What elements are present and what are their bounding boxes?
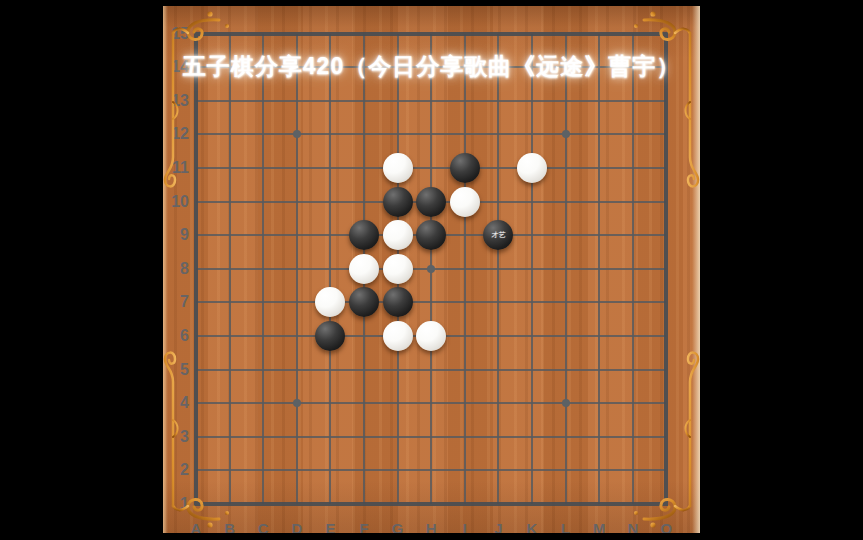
column-label: A: [183, 521, 209, 533]
row-label: 15: [163, 26, 189, 42]
stone-white-F8: [349, 254, 379, 284]
row-label: 10: [163, 194, 189, 210]
column-label: F: [351, 521, 377, 533]
column-label: L: [553, 521, 579, 533]
stone-black-I11: [450, 153, 480, 183]
row-label: 3: [163, 429, 189, 445]
column-label: H: [418, 521, 444, 533]
board-edge-highlight-right: [692, 6, 700, 533]
row-label: 9: [163, 227, 189, 243]
row-label: 5: [163, 362, 189, 378]
stone-white-K11: [517, 153, 547, 183]
stone-black-F9: [349, 220, 379, 250]
star-point: [427, 265, 435, 273]
stone-black-G10: [383, 187, 413, 217]
column-label: O: [653, 521, 679, 533]
column-label: C: [250, 521, 276, 533]
stone-white-H6: [416, 321, 446, 351]
stone-white-G6: [383, 321, 413, 351]
star-point: [293, 399, 301, 407]
column-label: J: [485, 521, 511, 533]
row-label: 7: [163, 294, 189, 310]
column-label: G: [385, 521, 411, 533]
row-label: 4: [163, 395, 189, 411]
stone-white-I10: [450, 187, 480, 217]
video-title: 五子棋分享420（今日分享歌曲《远途》曹宇）: [169, 51, 694, 82]
row-label: 11: [163, 160, 189, 176]
column-label: D: [284, 521, 310, 533]
row-label: 12: [163, 126, 189, 142]
row-label: 6: [163, 328, 189, 344]
stone-white-G8: [383, 254, 413, 284]
column-label: M: [586, 521, 612, 533]
column-label: E: [317, 521, 343, 533]
gomoku-board[interactable]: 151413121110987654321ABCDEFGHIJKLMNO 才艺 …: [163, 6, 700, 533]
last-move-label: 才艺: [491, 231, 505, 239]
star-point: [562, 130, 570, 138]
column-label: K: [519, 521, 545, 533]
stone-black-G7: [383, 287, 413, 317]
stone-white-G11: [383, 153, 413, 183]
column-label: B: [217, 521, 243, 533]
row-label: 2: [163, 462, 189, 478]
star-point: [562, 399, 570, 407]
row-label: 8: [163, 261, 189, 277]
column-label: I: [452, 521, 478, 533]
row-label: 1: [163, 496, 189, 512]
video-frame: 151413121110987654321ABCDEFGHIJKLMNO 才艺 …: [0, 0, 863, 540]
row-label: 13: [163, 93, 189, 109]
stone-white-G9: [383, 220, 413, 250]
stone-black-H10: [416, 187, 446, 217]
column-label: N: [620, 521, 646, 533]
